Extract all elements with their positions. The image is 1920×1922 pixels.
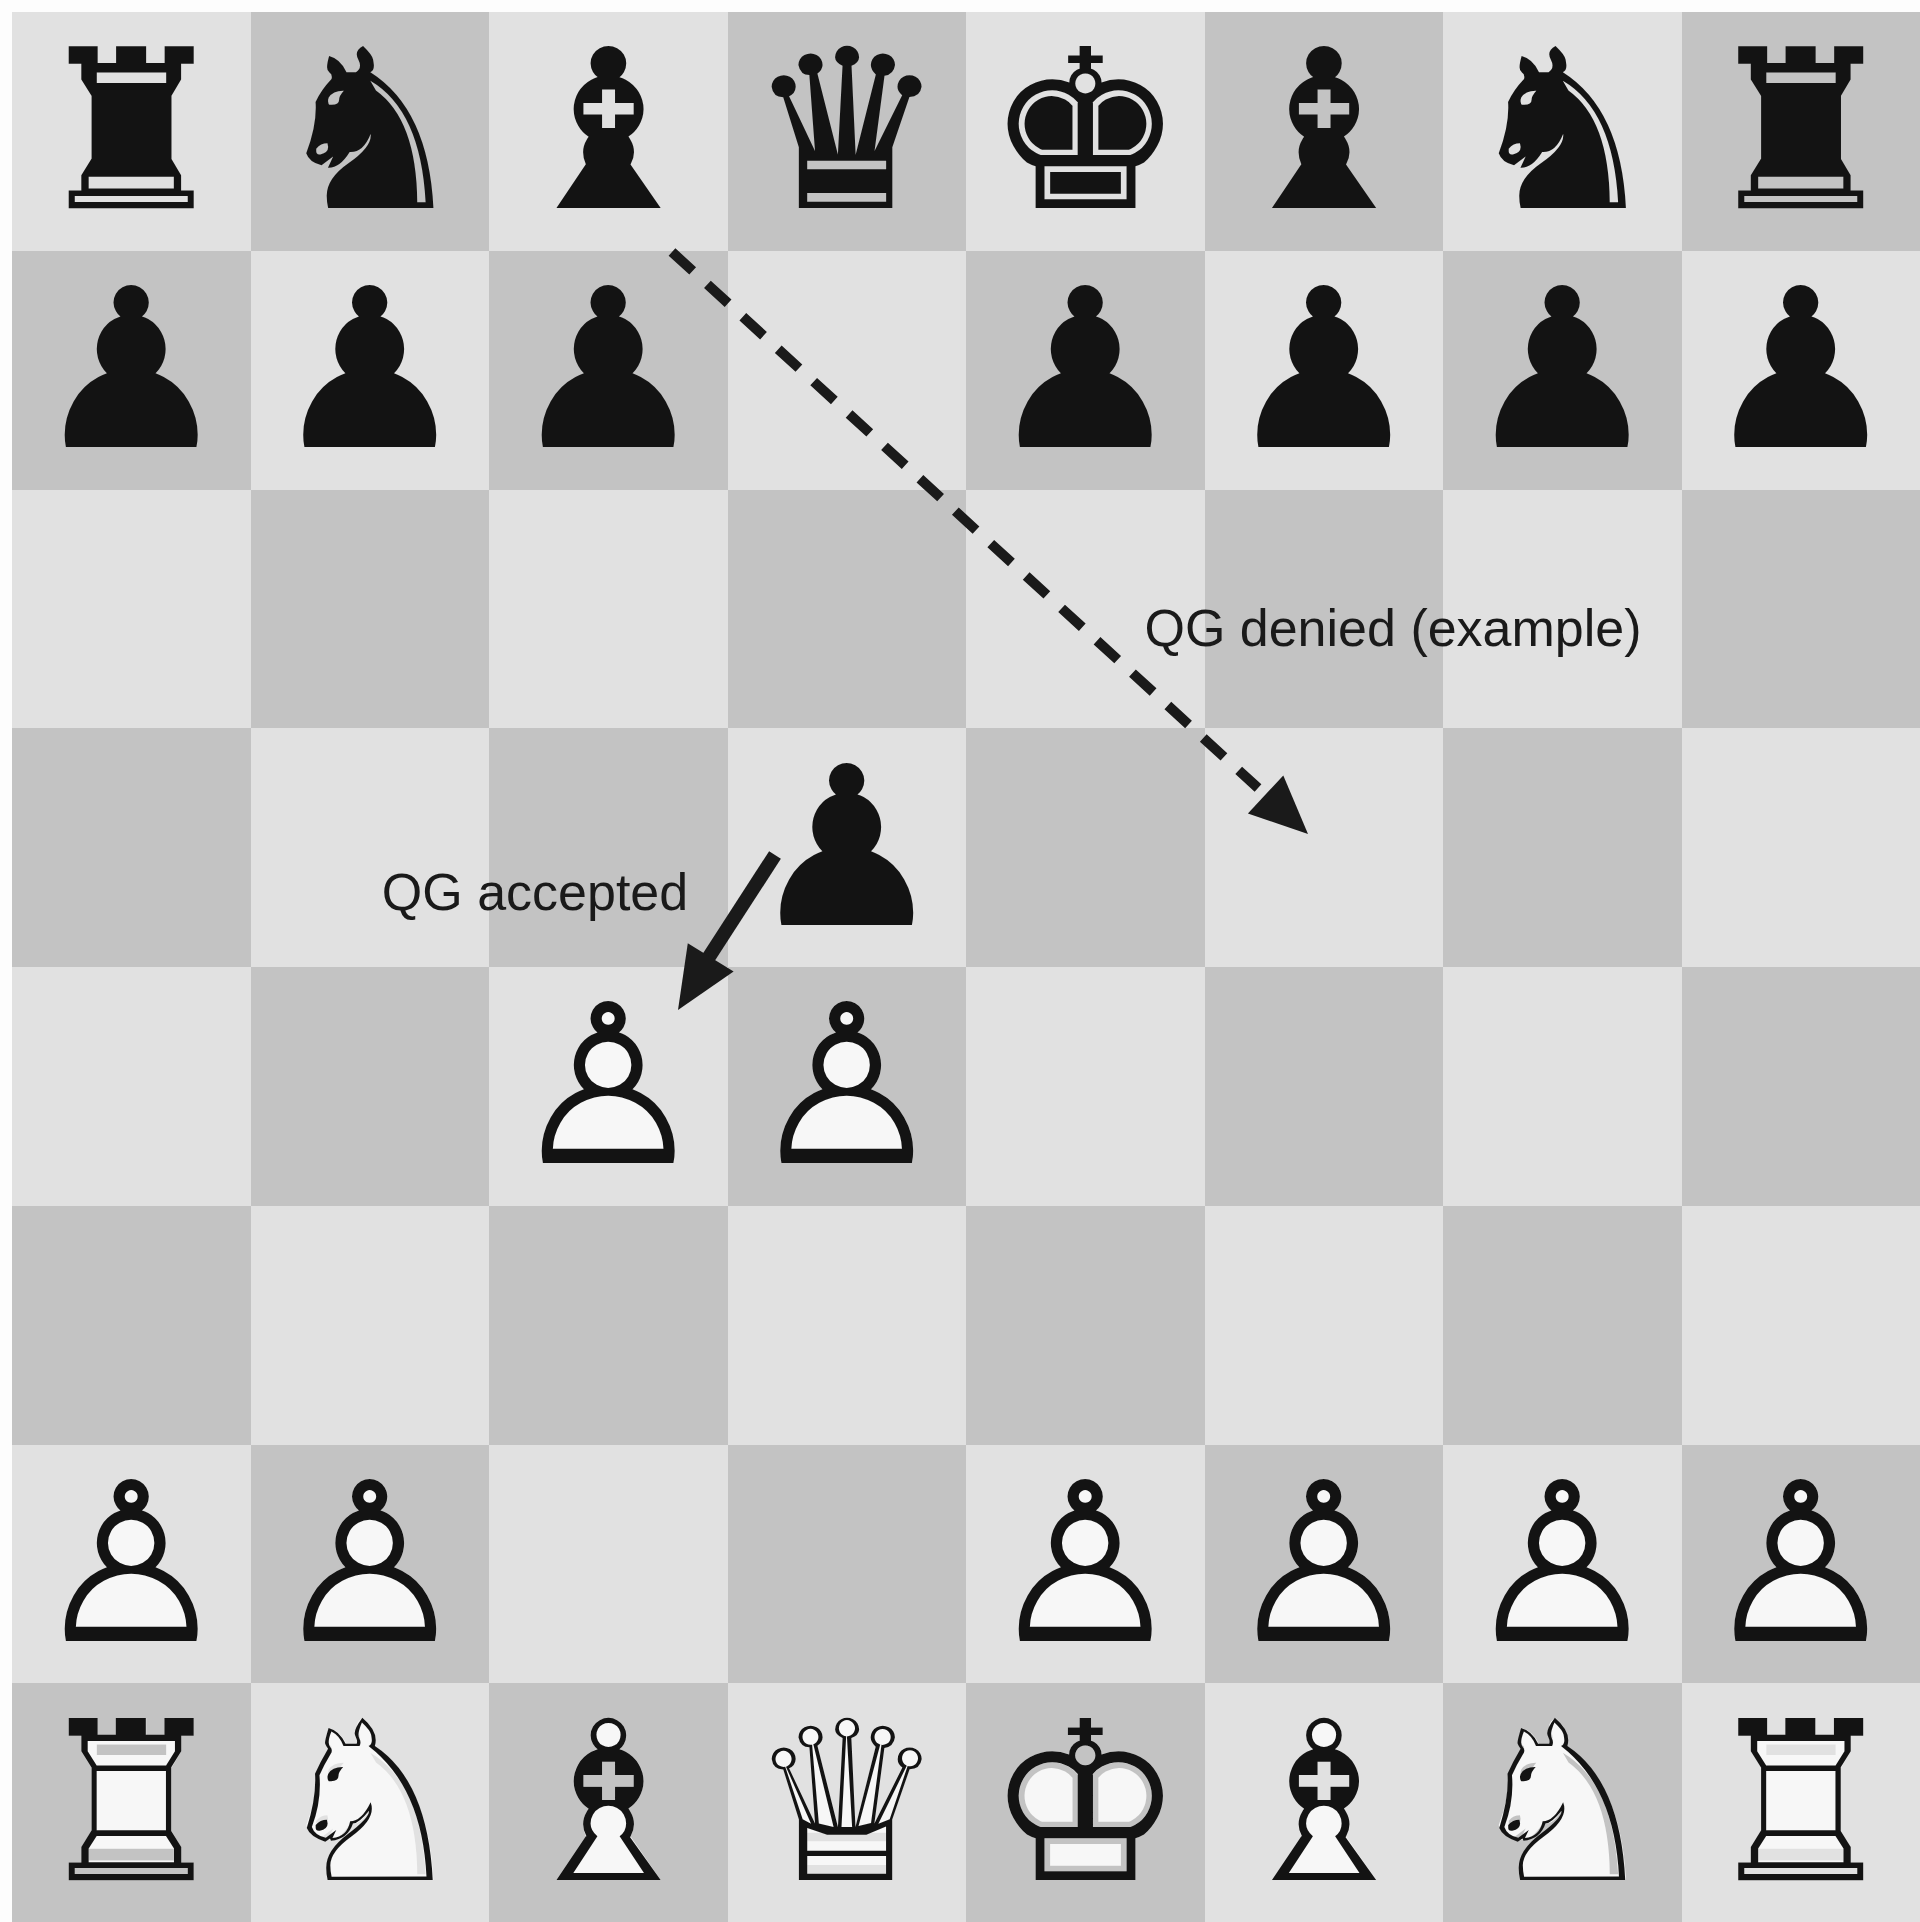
white-piece-outline: ♘ [270,1692,469,1914]
square-b4 [251,967,490,1206]
white-pawn-g2: ♟♙ [1463,1453,1662,1675]
square-d3 [728,1206,967,1445]
square-f7: ♟ [1205,251,1444,490]
white-piece-outline: ♙ [747,975,946,1197]
square-a7: ♟ [12,251,251,490]
black-piece-glyph: ♞ [270,20,469,242]
white-knight-b1: ♞♘ [270,1692,469,1914]
black-knight-g8: ♞ [1463,20,1662,242]
black-pawn-a7: ♟ [32,259,231,481]
square-c6 [489,490,728,729]
black-pawn-f7: ♟ [1224,259,1423,481]
white-bishop-c1: ♝♗ [509,1692,708,1914]
square-d8: ♛ [728,12,967,251]
white-piece-outline: ♙ [509,975,708,1197]
white-piece-outline: ♙ [1701,1453,1900,1675]
white-rook-h1: ♜♖ [1701,1692,1900,1914]
square-b2: ♟♙ [251,1445,490,1684]
black-piece-glyph: ♟ [1701,259,1900,481]
white-piece-outline: ♙ [270,1453,469,1675]
square-f2: ♟♙ [1205,1445,1444,1684]
white-bishop-f1: ♝♗ [1224,1692,1423,1914]
square-a1: ♜♖ [12,1683,251,1922]
black-piece-glyph: ♚ [986,20,1185,242]
white-piece-outline: ♙ [986,1453,1185,1675]
square-h3 [1682,1206,1920,1445]
white-pawn-b2: ♟♙ [270,1453,469,1675]
square-a3 [12,1206,251,1445]
white-piece-outline: ♗ [509,1692,708,1914]
white-pawn-f2: ♟♙ [1224,1453,1423,1675]
square-g7: ♟ [1443,251,1682,490]
white-piece-outline: ♔ [986,1692,1185,1914]
white-pawn-h2: ♟♙ [1701,1453,1900,1675]
square-f4 [1205,967,1444,1206]
black-rook-a8: ♜ [32,20,231,242]
square-a4 [12,967,251,1206]
square-b7: ♟ [251,251,490,490]
black-piece-glyph: ♟ [32,259,231,481]
black-piece-glyph: ♝ [509,20,708,242]
square-b3 [251,1206,490,1445]
square-g3 [1443,1206,1682,1445]
square-b8: ♞ [251,12,490,251]
black-piece-glyph: ♟ [509,259,708,481]
black-pawn-b7: ♟ [270,259,469,481]
black-pawn-h7: ♟ [1701,259,1900,481]
black-piece-glyph: ♞ [1463,20,1662,242]
square-b5 [251,728,490,967]
square-e8: ♚ [966,12,1205,251]
square-g2: ♟♙ [1443,1445,1682,1684]
black-pawn-g7: ♟ [1463,259,1662,481]
white-knight-g1: ♞♘ [1463,1692,1662,1914]
black-piece-glyph: ♟ [270,259,469,481]
white-queen-d1: ♛♕ [747,1692,946,1914]
square-a5 [12,728,251,967]
black-bishop-f8: ♝ [1224,20,1423,242]
qg-accepted-label: QG accepted [382,862,688,922]
square-g4 [1443,967,1682,1206]
black-piece-glyph: ♟ [986,259,1185,481]
square-c1: ♝♗ [489,1683,728,1922]
square-e2: ♟♙ [966,1445,1205,1684]
white-piece-outline: ♘ [1463,1692,1662,1914]
square-g5 [1443,728,1682,967]
black-piece-glyph: ♜ [32,20,231,242]
square-d5: ♟ [728,728,967,967]
square-h1: ♜♖ [1682,1683,1920,1922]
square-a8: ♜ [12,12,251,251]
white-pawn-e2: ♟♙ [986,1453,1185,1675]
white-pawn-a2: ♟♙ [32,1453,231,1675]
square-d7 [728,251,967,490]
square-b6 [251,490,490,729]
square-e1: ♚♔ [966,1683,1205,1922]
black-pawn-e7: ♟ [986,259,1185,481]
qg-denied-label: QG denied (example) [1144,598,1641,658]
square-d2 [728,1445,967,1684]
square-f8: ♝ [1205,12,1444,251]
square-f5 [1205,728,1444,967]
black-piece-glyph: ♟ [1463,259,1662,481]
square-d1: ♛♕ [728,1683,967,1922]
square-h7: ♟ [1682,251,1920,490]
square-e3 [966,1206,1205,1445]
white-piece-outline: ♙ [1224,1453,1423,1675]
white-piece-outline: ♙ [1463,1453,1662,1675]
black-piece-glyph: ♟ [747,737,946,959]
black-pawn-d5: ♟ [747,737,946,959]
square-h6 [1682,490,1920,729]
white-piece-outline: ♖ [1701,1692,1900,1914]
square-c2 [489,1445,728,1684]
square-g8: ♞ [1443,12,1682,251]
black-piece-glyph: ♝ [1224,20,1423,242]
white-piece-outline: ♖ [32,1692,231,1914]
black-piece-glyph: ♟ [1224,259,1423,481]
square-c8: ♝ [489,12,728,251]
square-f3 [1205,1206,1444,1445]
square-h5 [1682,728,1920,967]
square-c7: ♟ [489,251,728,490]
square-g1: ♞♘ [1443,1683,1682,1922]
white-piece-outline: ♙ [32,1453,231,1675]
square-d6 [728,490,967,729]
white-pawn-c4: ♟♙ [509,975,708,1197]
white-king-e1: ♚♔ [986,1692,1185,1914]
square-c4: ♟♙ [489,967,728,1206]
black-king-e8: ♚ [986,20,1185,242]
square-e7: ♟ [966,251,1205,490]
white-pawn-d4: ♟♙ [747,975,946,1197]
white-piece-outline: ♕ [747,1692,946,1914]
black-rook-h8: ♜ [1701,20,1900,242]
square-a2: ♟♙ [12,1445,251,1684]
square-a6 [12,490,251,729]
square-e5 [966,728,1205,967]
square-h4 [1682,967,1920,1206]
black-bishop-c8: ♝ [509,20,708,242]
white-rook-a1: ♜♖ [32,1692,231,1914]
square-e4 [966,967,1205,1206]
square-f1: ♝♗ [1205,1683,1444,1922]
chess-board: ♜♞♝♛♚♝♞♜♟♟♟♟♟♟♟♟♟♙♟♙♟♙♟♙♟♙♟♙♟♙♟♙♜♖♞♘♝♗♛♕… [12,12,1920,1922]
square-h8: ♜ [1682,12,1920,251]
black-piece-glyph: ♜ [1701,20,1900,242]
black-piece-glyph: ♛ [747,20,946,242]
black-knight-b8: ♞ [270,20,469,242]
square-d4: ♟♙ [728,967,967,1206]
square-h2: ♟♙ [1682,1445,1920,1684]
black-pawn-c7: ♟ [509,259,708,481]
square-b1: ♞♘ [251,1683,490,1922]
square-c5 [489,728,728,967]
square-c3 [489,1206,728,1445]
chess-opening-diagram: ♜♞♝♛♚♝♞♜♟♟♟♟♟♟♟♟♟♙♟♙♟♙♟♙♟♙♟♙♟♙♟♙♜♖♞♘♝♗♛♕… [0,0,1920,1922]
white-piece-outline: ♗ [1224,1692,1423,1914]
black-queen-d8: ♛ [747,20,946,242]
